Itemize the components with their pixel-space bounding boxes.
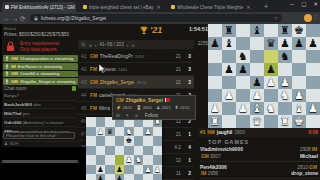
square-g4[interactable] bbox=[292, 76, 306, 89]
tv-player-bar[interactable]: #1 NM jaugh9 2800 0:08 bbox=[198, 128, 320, 137]
chat-input[interactable] bbox=[3, 132, 75, 139]
square-d5[interactable] bbox=[115, 146, 125, 156]
white-pawn-piece: ♟ bbox=[210, 103, 220, 114]
white-pawn-piece: ♟ bbox=[144, 166, 151, 174]
square-e2[interactable]: ♞ bbox=[264, 102, 278, 115]
square-f8[interactable]: ♜ bbox=[278, 24, 292, 37]
square-g3[interactable]: ♟ bbox=[292, 89, 306, 102]
pager-prev-button[interactable]: ‹ bbox=[95, 42, 97, 48]
square-b6[interactable] bbox=[222, 50, 236, 63]
white-pawn-piece: ♟ bbox=[280, 77, 290, 88]
square-c3[interactable] bbox=[236, 89, 250, 102]
player-title: GM bbox=[116, 98, 124, 103]
black-bishop-piece: ♝ bbox=[252, 25, 262, 36]
entry-requirements-text: Entry requirements: Only titled players. bbox=[20, 41, 78, 53]
microphone-icon bbox=[5, 71, 9, 76]
close-icon[interactable]: × bbox=[126, 113, 129, 118]
square-d6[interactable] bbox=[250, 50, 264, 63]
mouse-cursor bbox=[99, 64, 106, 74]
square-g5[interactable] bbox=[292, 63, 306, 76]
white-knight-piece: ♞ bbox=[280, 90, 290, 101]
window-close-button[interactable]: ✕ bbox=[313, 1, 318, 7]
white-king-piece: ♚ bbox=[294, 116, 304, 127]
square-c3[interactable] bbox=[105, 165, 115, 175]
black-pawn-piece: ♟ bbox=[116, 166, 123, 174]
rating-item: ⌛ 2601 bbox=[136, 105, 152, 110]
square-b2[interactable] bbox=[222, 102, 236, 115]
square-b3[interactable]: ♟ bbox=[96, 165, 106, 175]
black-queen-piece: ♛ bbox=[266, 38, 276, 49]
square-g6[interactable] bbox=[143, 136, 153, 146]
square-g4[interactable] bbox=[143, 155, 153, 165]
square-f5[interactable] bbox=[278, 63, 292, 76]
square-b5[interactable]: ♟ bbox=[222, 63, 236, 76]
square-e4[interactable]: ♟ bbox=[264, 76, 278, 89]
top-game-row[interactable]: Vladimirovich90002908IMGM3007Michael bbox=[200, 147, 318, 162]
follow-button[interactable]: Follow bbox=[145, 113, 158, 118]
square-h2[interactable] bbox=[153, 174, 163, 180]
square-e7[interactable]: ♛ bbox=[264, 37, 278, 50]
square-e4[interactable]: ♟ bbox=[124, 155, 134, 165]
bottom-divider bbox=[2, 160, 78, 163]
top-games-list: Vladimirovich90002908IMGM3007MichaelPen4… bbox=[200, 147, 318, 179]
trophy-icon bbox=[140, 26, 148, 35]
tab-title: FM EnkhtuvshinAr (2713) - GM Z bbox=[11, 5, 76, 10]
message-icon[interactable]: ✉ bbox=[116, 113, 120, 118]
square-a3[interactable] bbox=[86, 165, 96, 175]
square-d4[interactable] bbox=[115, 155, 125, 165]
chat-footer-text: SDH bbox=[9, 141, 18, 146]
square-h4[interactable] bbox=[153, 155, 163, 165]
square-h1[interactable] bbox=[306, 115, 320, 128]
square-h2[interactable]: ♟ bbox=[306, 102, 320, 115]
browser-profile-avatar[interactable] bbox=[304, 14, 312, 22]
player-name-link[interactable]: Zhigalko_Sergei bbox=[126, 98, 163, 103]
black-pawn-piece: ♟ bbox=[210, 38, 220, 49]
square-a5[interactable] bbox=[208, 63, 222, 76]
streamer-notice[interactable]: GMCrest64 is streaming bbox=[3, 71, 78, 78]
square-f6[interactable] bbox=[134, 136, 144, 146]
white-pawn-piece: ♟ bbox=[266, 77, 276, 88]
browser-tab-1[interactable]: FM EnkhtuvshinAr (2713) - GM Z ✕ bbox=[2, 2, 76, 12]
belarus-flag-icon bbox=[165, 98, 170, 101]
streamer-notice[interactable]: GMZhigalko_Sergei is streaming bbox=[3, 78, 78, 85]
black-king-piece: ♚ bbox=[125, 137, 132, 145]
bottom-left-fill bbox=[0, 147, 86, 180]
pager-next-button[interactable]: › bbox=[127, 42, 129, 48]
square-d2[interactable]: ♝ bbox=[250, 102, 264, 115]
square-a7[interactable]: ♟ bbox=[208, 37, 222, 50]
streamer-notice[interactable]: GMChampionation is streaming bbox=[3, 55, 78, 62]
white-pawn-piece: ♟ bbox=[154, 166, 161, 174]
challenge-icon[interactable]: ⚔ bbox=[135, 113, 139, 118]
black-bishop-piece: ♝ bbox=[224, 38, 234, 49]
square-b7[interactable]: ♝ bbox=[222, 37, 236, 50]
white-rook-piece: ♜ bbox=[210, 116, 220, 127]
lock-icon bbox=[6, 41, 15, 52]
square-f7[interactable]: ♟ bbox=[278, 37, 292, 50]
square-f4[interactable]: ♞ bbox=[134, 155, 144, 165]
square-h6[interactable] bbox=[306, 50, 320, 63]
square-f4[interactable]: ♟ bbox=[278, 76, 292, 89]
square-c4[interactable] bbox=[105, 155, 115, 165]
white-pawn-piece: ♟ bbox=[294, 90, 304, 101]
pager-last-button[interactable]: » bbox=[131, 42, 134, 48]
tournament-logo: '21 bbox=[140, 25, 162, 35]
square-c5[interactable] bbox=[105, 146, 115, 156]
square-d8[interactable]: ♝ bbox=[250, 24, 264, 37]
game-preview-board[interactable]: ♜♟♛♞♟♚♟♞♟♟♟♟♟♟ bbox=[86, 117, 162, 180]
square-e8[interactable] bbox=[264, 24, 278, 37]
square-b1[interactable] bbox=[222, 115, 236, 128]
pager-first-button[interactable]: « bbox=[89, 42, 92, 48]
square-f2[interactable] bbox=[278, 102, 292, 115]
chat-message: Banya? bbox=[4, 93, 76, 101]
entry-line-2: Only titled players. bbox=[20, 47, 78, 53]
black-pawn-piece: ♟ bbox=[294, 38, 304, 49]
square-h5[interactable] bbox=[306, 63, 320, 76]
square-e3[interactable] bbox=[124, 165, 134, 175]
square-c2[interactable]: ♟ bbox=[236, 102, 250, 115]
black-pawn-piece: ♟ bbox=[266, 64, 276, 75]
url-text: lichess.org/@/Zhigalko_Sergei bbox=[41, 16, 106, 21]
black-pawn-piece: ♟ bbox=[116, 175, 123, 180]
browser-titlebar: FM EnkhtuvshinAr (2713) - GM Z ✕ triple … bbox=[0, 0, 320, 12]
black-pawn-piece: ♟ bbox=[308, 38, 318, 49]
microphone-icon bbox=[5, 56, 9, 61]
padlock-icon bbox=[34, 16, 38, 21]
square-d6[interactable] bbox=[115, 136, 125, 146]
chat-toggle[interactable] bbox=[72, 86, 77, 91]
bookmark-star-icon[interactable]: ☆ bbox=[274, 16, 278, 21]
square-h7[interactable]: ♟ bbox=[306, 37, 320, 50]
square-b4[interactable] bbox=[96, 155, 106, 165]
browser-tab-2[interactable]: triple weighted chess set | eBay ✕ bbox=[80, 2, 164, 12]
white-pawn-piece: ♟ bbox=[144, 128, 151, 136]
square-a6[interactable] bbox=[86, 136, 96, 146]
square-c4[interactable] bbox=[236, 76, 250, 89]
chat-header: Chat room bbox=[4, 86, 76, 91]
tab-close-icon[interactable]: ✕ bbox=[246, 4, 250, 10]
browser-tab-3[interactable]: Wholesale Chess Triple Weighte ✕ bbox=[168, 2, 256, 12]
new-tab-button[interactable]: + bbox=[264, 3, 268, 11]
chat-message: BackJackWill aha bbox=[4, 102, 76, 110]
square-g5[interactable] bbox=[143, 146, 153, 156]
square-c5[interactable]: ♟ bbox=[236, 63, 250, 76]
tournament-meta: Rated bbox=[4, 26, 76, 31]
square-h4[interactable] bbox=[306, 76, 320, 89]
tab-favicon bbox=[83, 5, 87, 9]
square-e1[interactable] bbox=[264, 115, 278, 128]
rating-item: ♟ 2621 bbox=[156, 105, 171, 110]
black-rook-piece: ♜ bbox=[280, 25, 290, 36]
square-g3[interactable]: ♟ bbox=[143, 165, 153, 175]
refresh-icon[interactable]: ⟳ bbox=[20, 14, 25, 23]
tab-favicon bbox=[5, 5, 9, 9]
player-title: NM bbox=[207, 130, 214, 135]
square-a7[interactable] bbox=[86, 127, 96, 137]
square-g6[interactable] bbox=[292, 50, 306, 63]
white-pawn-piece: ♟ bbox=[224, 90, 234, 101]
square-d3[interactable]: ♟ bbox=[115, 165, 125, 175]
square-d4[interactable]: ♟ bbox=[250, 76, 264, 89]
square-b6[interactable] bbox=[96, 136, 106, 146]
square-d7[interactable] bbox=[115, 127, 125, 137]
square-h6[interactable] bbox=[153, 136, 163, 146]
square-a6[interactable] bbox=[208, 50, 222, 63]
square-c6[interactable] bbox=[105, 136, 115, 146]
square-e2[interactable] bbox=[124, 174, 134, 180]
pager-range-label: 41–58 / 203 bbox=[99, 42, 123, 47]
square-d3[interactable]: ♟ bbox=[250, 89, 264, 102]
square-e5[interactable]: ♟ bbox=[264, 63, 278, 76]
square-a8[interactable] bbox=[86, 117, 96, 127]
player-clock: 0:08 bbox=[308, 130, 318, 135]
rating-item: ⚡ 2622 bbox=[116, 105, 132, 110]
square-d2[interactable]: ♟ bbox=[115, 174, 125, 180]
white-queen-piece: ♛ bbox=[252, 116, 262, 127]
black-pawn-piece: ♟ bbox=[97, 175, 104, 180]
streamer-list: GMChampionation is streamingIMEricRosen … bbox=[3, 55, 78, 85]
black-pawn-piece: ♟ bbox=[280, 38, 290, 49]
square-g7[interactable]: ♟ bbox=[143, 127, 153, 137]
square-d1[interactable]: ♛ bbox=[250, 115, 264, 128]
standings-row[interactable]: 42FMadjseno2461213 bbox=[78, 63, 194, 76]
square-g2[interactable] bbox=[143, 174, 153, 180]
player-rank-badge: #1 bbox=[200, 130, 205, 135]
square-d7[interactable] bbox=[250, 37, 264, 50]
square-b8[interactable]: ♜ bbox=[222, 24, 236, 37]
square-g1[interactable]: ♚ bbox=[292, 115, 306, 128]
white-knight-piece: ♞ bbox=[266, 103, 276, 114]
microphone-icon bbox=[5, 64, 9, 69]
white-knight-piece: ♞ bbox=[135, 156, 142, 164]
black-pawn-piece: ♟ bbox=[238, 64, 248, 75]
square-d5[interactable] bbox=[250, 63, 264, 76]
square-a4[interactable] bbox=[208, 76, 222, 89]
square-e6[interactable]: ♚ bbox=[124, 136, 134, 146]
black-knight-piece: ♞ bbox=[280, 51, 290, 62]
streamer-notice[interactable]: IMEricRosen is streaming bbox=[3, 63, 78, 70]
square-a1[interactable]: ♜ bbox=[208, 115, 222, 128]
player-name: jaugh9 bbox=[217, 130, 232, 135]
square-f5[interactable] bbox=[134, 146, 144, 156]
address-bar[interactable]: lichess.org/@/Zhigalko_Sergei ☆ bbox=[30, 14, 282, 22]
prizes-text: Prizes: $500/$250/$125/$75/$50 bbox=[4, 32, 78, 37]
black-pawn-piece: ♟ bbox=[252, 77, 262, 88]
square-f1[interactable]: ♜ bbox=[278, 115, 292, 128]
tab-title: triple weighted chess set | eBay bbox=[89, 5, 154, 10]
window-minimize-button[interactable]: ─ bbox=[290, 1, 294, 7]
tab-close-icon[interactable]: ✕ bbox=[157, 4, 161, 10]
white-rook-piece: ♜ bbox=[280, 116, 290, 127]
browser-menu-icon[interactable]: ⋮ bbox=[312, 13, 318, 20]
square-c8[interactable] bbox=[236, 24, 250, 37]
square-g7[interactable]: ♟ bbox=[292, 37, 306, 50]
black-knight-piece: ♞ bbox=[238, 51, 248, 62]
square-h5[interactable] bbox=[153, 146, 163, 156]
square-b2[interactable]: ♟ bbox=[96, 174, 106, 180]
search-icon[interactable] bbox=[81, 42, 86, 47]
square-f3[interactable] bbox=[134, 165, 144, 175]
square-a3[interactable] bbox=[208, 89, 222, 102]
white-bishop-piece: ♝ bbox=[252, 103, 262, 114]
black-pawn-piece: ♟ bbox=[224, 64, 234, 75]
standings-row[interactable]: 41GMTheRealDmgPr2457213 bbox=[78, 50, 194, 63]
black-pawn-piece: ♟ bbox=[97, 166, 104, 174]
square-h7[interactable] bbox=[153, 127, 163, 137]
square-f2[interactable] bbox=[134, 174, 144, 180]
square-f6[interactable]: ♞ bbox=[278, 50, 292, 63]
square-g8[interactable]: ♚ bbox=[292, 24, 306, 37]
window-maximize-button[interactable]: ▢ bbox=[301, 1, 306, 7]
chat-message: MikiThal yes. bbox=[4, 111, 76, 119]
square-b7[interactable]: ♟ bbox=[96, 127, 106, 137]
square-c7[interactable]: ♛ bbox=[105, 127, 115, 137]
square-a4[interactable] bbox=[86, 155, 96, 165]
forward-icon[interactable]: → bbox=[12, 14, 19, 23]
square-a8[interactable] bbox=[208, 24, 222, 37]
popup-actions: ✉×⚔Follow bbox=[116, 113, 192, 118]
square-h3[interactable]: ♟ bbox=[153, 165, 163, 175]
white-knight-piece: ♞ bbox=[125, 128, 132, 136]
white-bishop-piece: ♝ bbox=[294, 103, 304, 114]
square-c2[interactable] bbox=[105, 174, 115, 180]
square-e7[interactable]: ♞ bbox=[124, 127, 134, 137]
main-chess-board[interactable]: ♜♝♜♚♟♝♛♟♟♟♞♞♟♟♟♟♟♟♟♟♞♟♟♟♝♞♝♟♜♛♜♚ bbox=[208, 24, 320, 128]
player-popup: GM Zhigalko_Sergei ⚡ 2622⌛ 2601♟ 2621♜ 2… bbox=[112, 95, 196, 120]
tournament-clock: 1:54:51 bbox=[176, 26, 208, 32]
square-b3[interactable]: ♟ bbox=[222, 89, 236, 102]
square-b8[interactable] bbox=[96, 117, 106, 127]
square-a2[interactable] bbox=[86, 174, 96, 180]
square-c6[interactable]: ♞ bbox=[236, 50, 250, 63]
square-g2[interactable]: ♝ bbox=[292, 102, 306, 115]
square-h3[interactable] bbox=[306, 89, 320, 102]
player-ratings: ⚡ 2622⌛ 2601♟ 2621♜ 2412 bbox=[116, 105, 192, 110]
square-f3[interactable]: ♞ bbox=[278, 89, 292, 102]
chat-message: Odin900 (Amichess) is forever bbox=[4, 120, 76, 128]
square-e5[interactable] bbox=[124, 146, 134, 156]
top-games-title: TOP GAMES bbox=[208, 139, 249, 145]
square-e6[interactable] bbox=[264, 50, 278, 63]
chat-room-title: Chat room bbox=[4, 86, 26, 91]
square-e3[interactable] bbox=[264, 89, 278, 102]
black-king-piece: ♚ bbox=[294, 25, 304, 36]
white-pawn-piece: ♟ bbox=[125, 156, 132, 164]
white-pawn-piece: ♟ bbox=[238, 103, 248, 114]
rating-item: ♜ 2412 bbox=[175, 105, 190, 110]
black-queen-piece: ♛ bbox=[106, 128, 113, 136]
standings-row[interactable]: 43GMZhigalko_Sergei2622213 bbox=[78, 76, 194, 89]
square-c7[interactable] bbox=[236, 37, 250, 50]
back-icon[interactable]: ← bbox=[4, 14, 11, 23]
tab-title: Wholesale Chess Triple Weighte bbox=[177, 5, 243, 10]
square-f7[interactable] bbox=[134, 127, 144, 137]
square-h8[interactable] bbox=[306, 24, 320, 37]
square-b5[interactable] bbox=[96, 146, 106, 156]
white-pawn-piece: ♟ bbox=[97, 128, 104, 136]
square-b4[interactable] bbox=[222, 76, 236, 89]
square-c1[interactable] bbox=[236, 115, 250, 128]
top-game-row[interactable]: Pen4ik20062810GMIM2956drop_stone bbox=[200, 165, 318, 180]
tab-favicon bbox=[171, 5, 175, 9]
square-a5[interactable] bbox=[86, 146, 96, 156]
standings-pager: « ‹ 41–58 / 203 › » bbox=[78, 40, 194, 49]
tournament-year: '21 bbox=[150, 25, 162, 35]
white-pawn-piece: ♟ bbox=[252, 90, 262, 101]
black-rook-piece: ♜ bbox=[224, 25, 234, 36]
player-rating: 2800 bbox=[234, 130, 245, 135]
white-pawn-piece: ♟ bbox=[308, 103, 318, 114]
square-a2[interactable]: ♟ bbox=[208, 102, 222, 115]
chat-footer: ♟ SDH bbox=[4, 141, 18, 146]
microphone-icon bbox=[5, 79, 9, 84]
